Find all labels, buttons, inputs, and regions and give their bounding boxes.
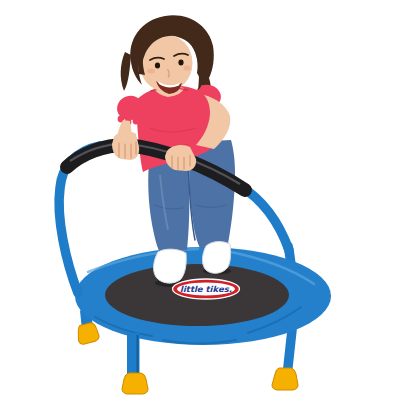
product-photo: little tikes.	[0, 0, 400, 400]
scene-canvas: little tikes.	[0, 0, 400, 400]
logo-text: little tikes.	[180, 284, 232, 294]
jeans-left-leg	[148, 159, 189, 253]
little-tikes-logo: little tikes.	[173, 279, 240, 299]
sock-left	[154, 249, 187, 283]
eye-right	[178, 60, 183, 66]
eye-left	[155, 63, 160, 69]
right-leg-foot	[272, 368, 298, 390]
sleeve-ruffle	[196, 103, 203, 110]
sock-right	[202, 242, 230, 274]
blush-right	[184, 66, 191, 71]
rear-left-foot	[75, 322, 100, 346]
blush-left	[147, 69, 155, 74]
hair-strand-left	[121, 52, 131, 91]
sleeve-ruffle	[133, 118, 140, 125]
jeans-right-leg	[189, 140, 235, 248]
front-leg-foot	[122, 373, 148, 394]
